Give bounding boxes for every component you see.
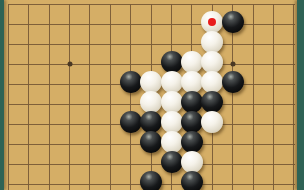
white-stone [161,111,183,133]
grid-line-h [8,4,295,5]
app-screen [0,0,304,190]
white-stone [161,131,183,153]
black-stone [120,111,142,133]
black-stone [161,51,183,73]
black-stone [181,131,203,153]
grid-line-h [8,44,295,45]
grid-line-h [8,64,295,65]
grid-line-v [273,4,274,190]
grid-line-v [8,4,9,190]
letterbox-left [0,0,4,190]
white-stone [201,51,223,73]
white-stone [201,111,223,133]
black-stone [161,151,183,173]
white-stone [201,11,223,33]
black-stone [222,71,244,93]
grid-line-v [110,4,111,190]
white-stone [140,71,162,93]
black-stone [140,111,162,133]
black-stone [140,171,162,190]
white-stone [181,151,203,173]
white-stone [161,91,183,113]
grid-line-v [69,4,70,190]
gomoku-board[interactable] [0,0,304,190]
grid-line-v [253,4,254,190]
grid-line-h [8,164,295,165]
black-stone [120,71,142,93]
black-stone [181,171,203,190]
grid-line-v [89,4,90,190]
black-stone [181,91,203,113]
grid-line-h [8,24,295,25]
white-stone [140,91,162,113]
white-stone [161,71,183,93]
star-point [67,62,72,67]
black-stone [222,11,244,33]
white-stone [201,31,223,53]
black-stone [201,91,223,113]
white-stone [181,51,203,73]
black-stone [181,111,203,133]
grid-line-v [293,4,294,190]
grid-line-v [130,4,131,190]
star-point [230,62,235,67]
grid-line-v [28,4,29,190]
last-move-marker [208,18,216,26]
black-stone [140,131,162,153]
white-stone [181,71,203,93]
grid-line-v [49,4,50,190]
letterbox-right [297,0,304,190]
white-stone [201,71,223,93]
